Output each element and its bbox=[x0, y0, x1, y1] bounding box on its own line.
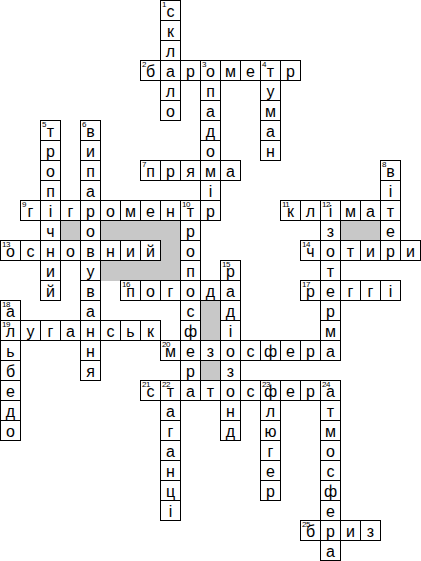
cell-letter: г bbox=[28, 204, 34, 220]
cell-letter: р bbox=[186, 224, 195, 240]
letter-cell: о bbox=[60, 240, 81, 261]
letter-cell: 12і bbox=[320, 200, 341, 221]
letter-cell: р bbox=[180, 360, 201, 381]
cell-letter: л bbox=[266, 404, 275, 420]
cell-letter: а bbox=[326, 344, 335, 360]
clue-number: 2 bbox=[142, 61, 146, 69]
cell-letter: р bbox=[46, 144, 55, 160]
letter-cell: і bbox=[160, 500, 181, 521]
clue-number: 17 bbox=[302, 281, 310, 289]
cell-letter: з bbox=[367, 524, 374, 540]
letter-cell: ф bbox=[180, 320, 201, 341]
letter-cell: и bbox=[120, 240, 141, 261]
cell-letter: о bbox=[186, 284, 195, 300]
clue-number: 9 bbox=[22, 201, 26, 209]
crossword-grid: 1скл2бар3оме4трлпуоам5т6вдарионоп7пряма8… bbox=[0, 0, 421, 561]
letter-cell: р bbox=[320, 300, 341, 321]
cell-letter: н bbox=[86, 344, 95, 360]
cell-letter: і bbox=[209, 184, 213, 200]
letter-cell: ф bbox=[260, 340, 281, 361]
blocked-cell bbox=[200, 300, 221, 321]
cell-letter: г bbox=[48, 324, 54, 340]
letter-cell: 4т bbox=[260, 60, 281, 81]
cell-letter: и bbox=[46, 264, 55, 280]
letter-cell: ч bbox=[40, 220, 61, 241]
cell-letter: д bbox=[226, 424, 235, 440]
cell-letter: е bbox=[326, 504, 335, 520]
letter-cell: о bbox=[0, 420, 21, 441]
clue-number: 18 bbox=[2, 301, 10, 309]
letter-cell: р bbox=[80, 200, 101, 221]
blocked-cell bbox=[200, 360, 221, 381]
letter-cell: у bbox=[260, 80, 281, 101]
cell-letter: р bbox=[306, 384, 315, 400]
letter-cell: п bbox=[200, 80, 221, 101]
letter-cell: о bbox=[160, 100, 181, 121]
cell-letter: і bbox=[49, 204, 53, 220]
cell-letter: к bbox=[167, 24, 174, 40]
letter-cell: р bbox=[180, 60, 201, 81]
letter-cell: с bbox=[240, 340, 261, 361]
cell-letter: а bbox=[326, 544, 335, 560]
cell-letter: і bbox=[389, 284, 393, 300]
cell-letter: л bbox=[166, 44, 175, 60]
cell-letter: р bbox=[266, 484, 275, 500]
letter-cell: р bbox=[180, 220, 201, 241]
cell-letter: о bbox=[206, 144, 215, 160]
cell-letter: г bbox=[168, 284, 174, 300]
cell-letter: о bbox=[46, 164, 55, 180]
cell-letter: с bbox=[107, 324, 115, 340]
letter-cell: а bbox=[360, 200, 381, 221]
cell-letter: и bbox=[86, 144, 95, 160]
cell-letter: з bbox=[327, 224, 334, 240]
letter-cell: р bbox=[280, 60, 301, 81]
cell-letter: р bbox=[186, 64, 195, 80]
letter-cell: 23ф bbox=[260, 380, 281, 401]
cell-letter: ф bbox=[184, 324, 197, 340]
letter-cell: 24а bbox=[320, 380, 341, 401]
cell-letter: т bbox=[47, 124, 54, 140]
cell-letter: й bbox=[46, 284, 55, 300]
letter-cell: е bbox=[240, 60, 261, 81]
cell-letter: т bbox=[267, 64, 274, 80]
cell-letter: в bbox=[386, 164, 395, 180]
cell-letter: е bbox=[286, 344, 295, 360]
cell-letter: о bbox=[86, 224, 95, 240]
cell-letter: д bbox=[206, 284, 215, 300]
letter-cell: г bbox=[40, 320, 61, 341]
letter-cell: р bbox=[200, 200, 221, 221]
cell-letter: о bbox=[226, 384, 235, 400]
letter-cell: ь bbox=[0, 340, 21, 361]
letter-cell: м bbox=[120, 200, 141, 221]
letter-cell: а bbox=[180, 380, 201, 401]
letter-cell: у bbox=[20, 320, 41, 341]
cell-letter: а bbox=[206, 104, 215, 120]
letter-cell: з bbox=[200, 340, 221, 361]
clue-number: 6 bbox=[82, 121, 86, 129]
cell-letter: з bbox=[207, 344, 214, 360]
letter-cell: і bbox=[40, 200, 61, 221]
cell-letter: с bbox=[27, 244, 35, 260]
letter-cell: г bbox=[60, 200, 81, 221]
letter-cell: 1с bbox=[160, 0, 181, 21]
letter-cell: 11к bbox=[280, 200, 301, 221]
cell-letter: е bbox=[146, 204, 155, 220]
cell-letter: т bbox=[347, 244, 354, 260]
letter-cell: 19л bbox=[0, 320, 21, 341]
cell-letter: р bbox=[386, 244, 395, 260]
clue-number: 4 bbox=[262, 61, 266, 69]
clue-number: 19 bbox=[2, 321, 10, 329]
clue-number: 25 bbox=[302, 521, 310, 529]
letter-cell: д bbox=[220, 420, 241, 441]
cell-letter: г bbox=[368, 284, 374, 300]
letter-cell: н bbox=[80, 320, 101, 341]
cell-letter: а bbox=[186, 384, 195, 400]
letter-cell: е bbox=[320, 280, 341, 301]
clue-number: 8 bbox=[382, 161, 386, 169]
letter-cell: 8в bbox=[380, 160, 401, 181]
clue-number: 24 bbox=[322, 381, 330, 389]
cell-letter: о bbox=[66, 244, 75, 260]
letter-cell: й bbox=[140, 240, 161, 261]
letter-cell: ф bbox=[320, 480, 341, 501]
cell-letter: о bbox=[106, 204, 115, 220]
clue-number: 3 bbox=[202, 61, 206, 69]
letter-cell: ю bbox=[260, 420, 281, 441]
letter-cell: а bbox=[320, 340, 341, 361]
blocked-cell bbox=[140, 260, 161, 281]
cell-letter: м bbox=[205, 164, 216, 180]
letter-cell: 2б bbox=[140, 60, 161, 81]
cell-letter: н bbox=[166, 204, 175, 220]
letter-cell: р bbox=[320, 520, 341, 541]
letter-cell: к bbox=[140, 320, 161, 341]
cell-letter: о bbox=[166, 104, 175, 120]
letter-cell: я bbox=[80, 360, 101, 381]
cell-letter: л bbox=[166, 84, 175, 100]
cell-letter: м bbox=[345, 204, 356, 220]
cell-letter: е bbox=[326, 284, 335, 300]
letter-cell: р bbox=[160, 160, 181, 181]
blocked-cell bbox=[120, 220, 141, 241]
letter-cell: г bbox=[160, 280, 181, 301]
clue-number: 15 bbox=[222, 261, 230, 269]
letter-cell: а bbox=[260, 120, 281, 141]
cell-letter: и bbox=[366, 244, 375, 260]
cell-letter: г bbox=[268, 444, 274, 460]
letter-cell: 10т bbox=[180, 200, 201, 221]
letter-cell: м bbox=[340, 200, 361, 221]
blocked-cell bbox=[60, 220, 81, 241]
cell-letter: р bbox=[326, 304, 335, 320]
cell-letter: н bbox=[106, 244, 115, 260]
cell-letter: б bbox=[146, 64, 155, 80]
clue-number: 5 bbox=[42, 121, 46, 129]
letter-cell: н bbox=[160, 200, 181, 221]
letter-cell: а bbox=[160, 400, 181, 421]
cell-letter: е bbox=[386, 224, 395, 240]
cell-letter: д bbox=[226, 304, 235, 320]
cell-letter: в bbox=[86, 124, 95, 140]
letter-cell: 18а bbox=[0, 300, 21, 321]
letter-cell: о bbox=[180, 280, 201, 301]
letter-cell: с bbox=[320, 460, 341, 481]
clue-number: 14 bbox=[302, 241, 310, 249]
blocked-cell bbox=[360, 220, 381, 241]
letter-cell: 20м bbox=[160, 340, 181, 361]
letter-cell: п bbox=[180, 260, 201, 281]
clue-number: 16 bbox=[122, 281, 130, 289]
cell-letter: т bbox=[387, 204, 394, 220]
letter-cell: с bbox=[180, 300, 201, 321]
letter-cell: о bbox=[320, 240, 341, 261]
cell-letter: п bbox=[146, 164, 155, 180]
blocked-cell bbox=[200, 320, 221, 341]
letter-cell: 16п bbox=[120, 280, 141, 301]
cell-letter: а bbox=[66, 324, 75, 340]
cell-letter: д bbox=[206, 124, 215, 140]
letter-cell: г bbox=[360, 280, 381, 301]
letter-cell: ь bbox=[120, 320, 141, 341]
cell-letter: т bbox=[327, 264, 334, 280]
cell-letter: а bbox=[366, 204, 375, 220]
letter-cell: р bbox=[300, 380, 321, 401]
cell-letter: у bbox=[267, 84, 275, 100]
cell-letter: а bbox=[166, 444, 175, 460]
letter-cell: л bbox=[160, 80, 181, 101]
letter-cell: е bbox=[320, 500, 341, 521]
letter-cell: 17р bbox=[300, 280, 321, 301]
letter-cell: 25б bbox=[300, 520, 321, 541]
letter-cell: н bbox=[40, 240, 61, 261]
cell-letter: м bbox=[325, 424, 336, 440]
letter-cell: с bbox=[240, 380, 261, 401]
letter-cell: е bbox=[280, 380, 301, 401]
letter-cell: т bbox=[320, 400, 341, 421]
cell-letter: н bbox=[166, 464, 175, 480]
letter-cell: г bbox=[340, 280, 361, 301]
letter-cell: 14ч bbox=[300, 240, 321, 261]
clue-number: 13 bbox=[2, 241, 10, 249]
cell-letter: у bbox=[87, 264, 95, 280]
letter-cell: м bbox=[260, 100, 281, 121]
letter-cell: л bbox=[260, 400, 281, 421]
cell-letter: ф bbox=[264, 344, 277, 360]
letter-cell: е bbox=[280, 340, 301, 361]
letter-cell: і bbox=[200, 180, 221, 201]
letter-cell: и bbox=[360, 240, 381, 261]
blocked-cell bbox=[160, 240, 181, 261]
cell-letter: е bbox=[246, 64, 255, 80]
letter-cell: н bbox=[220, 400, 241, 421]
cell-letter: с bbox=[327, 464, 335, 480]
letter-cell: у bbox=[80, 260, 101, 281]
letter-cell: о bbox=[200, 140, 221, 161]
cell-letter: р bbox=[186, 364, 195, 380]
blocked-cell bbox=[100, 260, 121, 281]
letter-cell: з bbox=[220, 360, 241, 381]
cell-letter: н bbox=[226, 404, 235, 420]
cell-letter: р bbox=[306, 344, 315, 360]
cell-letter: в bbox=[86, 284, 95, 300]
cell-letter: о bbox=[326, 444, 335, 460]
blocked-cell bbox=[140, 220, 161, 241]
letter-cell: і bbox=[380, 180, 401, 201]
letter-cell: в bbox=[80, 280, 101, 301]
letter-cell: а bbox=[220, 160, 241, 181]
cell-letter: р bbox=[86, 204, 95, 220]
cell-letter: т bbox=[207, 384, 214, 400]
cell-letter: р bbox=[206, 204, 215, 220]
letter-cell: ц bbox=[160, 480, 181, 501]
letter-cell: і bbox=[380, 280, 401, 301]
cell-letter: г bbox=[68, 204, 74, 220]
cell-letter: р bbox=[166, 164, 175, 180]
cell-letter: о bbox=[146, 284, 155, 300]
cell-letter: ь bbox=[6, 344, 14, 360]
letter-cell: к bbox=[160, 20, 181, 41]
cell-letter: в bbox=[86, 244, 95, 260]
cell-letter: п bbox=[86, 164, 95, 180]
letter-cell: в bbox=[80, 240, 101, 261]
letter-cell: а bbox=[80, 300, 101, 321]
letter-cell: о bbox=[220, 340, 241, 361]
cell-letter: е bbox=[266, 464, 275, 480]
letter-cell: н bbox=[160, 460, 181, 481]
letter-cell: г bbox=[260, 440, 281, 461]
letter-cell: о bbox=[220, 380, 241, 401]
letter-cell: т bbox=[340, 240, 361, 261]
letter-cell: 15р bbox=[220, 260, 241, 281]
letter-cell: н bbox=[100, 240, 121, 261]
letter-cell: и bbox=[400, 240, 421, 261]
letter-cell: а bbox=[80, 180, 101, 201]
letter-cell: а bbox=[320, 540, 341, 561]
letter-cell: я bbox=[180, 160, 201, 181]
cell-letter: м bbox=[225, 64, 236, 80]
cell-letter: і bbox=[389, 184, 393, 200]
letter-cell: і bbox=[220, 320, 241, 341]
cell-letter: п bbox=[186, 264, 195, 280]
cell-letter: е bbox=[286, 384, 295, 400]
letter-cell: а bbox=[160, 60, 181, 81]
blocked-cell bbox=[120, 260, 141, 281]
letter-cell: 22т bbox=[160, 380, 181, 401]
letter-cell: д bbox=[200, 280, 221, 301]
letter-cell: й bbox=[40, 280, 61, 301]
cell-letter: а bbox=[86, 304, 95, 320]
letter-cell: 3о bbox=[200, 60, 221, 81]
cell-letter: г bbox=[168, 424, 174, 440]
cell-letter: к bbox=[147, 324, 154, 340]
letter-cell: о bbox=[180, 240, 201, 261]
letter-cell: р bbox=[300, 340, 321, 361]
cell-letter: а bbox=[166, 404, 175, 420]
letter-cell: 7п bbox=[140, 160, 161, 181]
cell-letter: м bbox=[125, 204, 136, 220]
clue-number: 11 bbox=[282, 201, 289, 209]
cell-letter: ч bbox=[46, 224, 54, 240]
letter-cell: м bbox=[200, 160, 221, 181]
cell-letter: л bbox=[306, 204, 315, 220]
blocked-cell bbox=[340, 220, 361, 241]
cell-letter: я bbox=[86, 364, 95, 380]
clue-number: 12 bbox=[322, 201, 330, 209]
letter-cell: д bbox=[200, 120, 221, 141]
cell-letter: о bbox=[6, 424, 15, 440]
letter-cell: з bbox=[320, 220, 341, 241]
clue-number: 1 bbox=[162, 1, 166, 9]
blocked-cell bbox=[100, 220, 121, 241]
cell-letter: а bbox=[166, 64, 175, 80]
clue-number: 20 bbox=[162, 341, 170, 349]
cell-letter: ю bbox=[265, 424, 277, 440]
cell-letter: ц bbox=[166, 484, 175, 500]
letter-cell: т bbox=[200, 380, 221, 401]
letter-cell: р bbox=[40, 140, 61, 161]
letter-cell: о bbox=[80, 220, 101, 241]
letter-cell: н bbox=[80, 340, 101, 361]
cell-letter: о bbox=[226, 344, 235, 360]
letter-cell: е bbox=[380, 220, 401, 241]
cell-letter: і bbox=[229, 324, 233, 340]
letter-cell: и bbox=[40, 260, 61, 281]
letter-cell: б bbox=[0, 360, 21, 381]
cell-letter: е bbox=[186, 344, 195, 360]
blocked-cell bbox=[160, 220, 181, 241]
letter-cell: о bbox=[140, 280, 161, 301]
letter-cell: р bbox=[380, 240, 401, 261]
cell-letter: г bbox=[348, 284, 354, 300]
cell-letter: р bbox=[286, 64, 295, 80]
cell-letter: б bbox=[6, 364, 15, 380]
letter-cell: з bbox=[360, 520, 381, 541]
cell-letter: с bbox=[167, 4, 175, 20]
letter-cell: л bbox=[300, 200, 321, 221]
cell-letter: і bbox=[169, 504, 173, 520]
cell-letter: м bbox=[265, 104, 276, 120]
letter-cell: а bbox=[220, 280, 241, 301]
cell-letter: п bbox=[206, 84, 215, 100]
letter-cell: 21с bbox=[140, 380, 161, 401]
cell-letter: а bbox=[226, 164, 235, 180]
letter-cell: о bbox=[100, 200, 121, 221]
letter-cell: 9г bbox=[20, 200, 41, 221]
letter-cell: 13о bbox=[0, 240, 21, 261]
letter-cell: о bbox=[320, 440, 341, 461]
letter-cell: о bbox=[40, 160, 61, 181]
cell-letter: н bbox=[266, 144, 275, 160]
letter-cell: с bbox=[20, 240, 41, 261]
letter-cell: м bbox=[320, 420, 341, 441]
cell-letter: м bbox=[325, 324, 336, 340]
letter-cell: 5т bbox=[40, 120, 61, 141]
letter-cell: д bbox=[0, 400, 21, 421]
letter-cell: л bbox=[160, 40, 181, 61]
cell-letter: е bbox=[6, 384, 15, 400]
letter-cell: м bbox=[320, 320, 341, 341]
cell-letter: у bbox=[27, 324, 35, 340]
letter-cell: т bbox=[380, 200, 401, 221]
letter-cell: п bbox=[80, 160, 101, 181]
letter-cell: а bbox=[60, 320, 81, 341]
letter-cell: и bbox=[340, 520, 361, 541]
letter-cell: р bbox=[260, 480, 281, 501]
clue-number: 7 bbox=[142, 161, 146, 169]
